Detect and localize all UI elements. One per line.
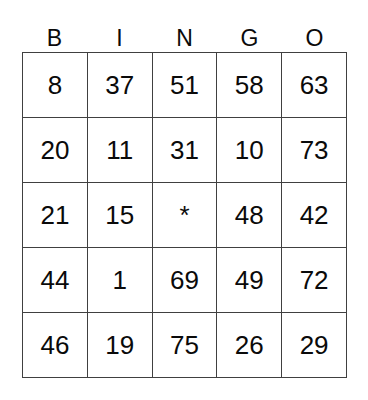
bingo-cell-r5c4[interactable]: 26 xyxy=(217,313,282,378)
bingo-cell-r4c5[interactable]: 72 xyxy=(282,248,347,313)
bingo-cell-r2c1[interactable]: 20 xyxy=(23,118,88,183)
bingo-header-row: B I N G O xyxy=(22,0,347,52)
header-letter-o: O xyxy=(282,0,347,52)
bingo-cell-r3c2[interactable]: 15 xyxy=(88,183,153,248)
bingo-free-space[interactable]: * xyxy=(153,183,218,248)
bingo-cell-r3c5[interactable]: 42 xyxy=(282,183,347,248)
bingo-cell-r3c1[interactable]: 21 xyxy=(23,183,88,248)
bingo-cell-r4c4[interactable]: 49 xyxy=(217,248,282,313)
header-letter-i: I xyxy=(87,0,152,52)
header-letter-g: G xyxy=(217,0,282,52)
bingo-cell-r2c5[interactable]: 73 xyxy=(282,118,347,183)
bingo-card: B I N G O 8 37 51 58 63 20 11 31 10 73 2… xyxy=(0,0,368,400)
bingo-cell-r5c3[interactable]: 75 xyxy=(153,313,218,378)
bingo-cell-r4c2[interactable]: 1 xyxy=(88,248,153,313)
bingo-cell-r4c3[interactable]: 69 xyxy=(153,248,218,313)
header-letter-n: N xyxy=(152,0,217,52)
bingo-cell-r4c1[interactable]: 44 xyxy=(23,248,88,313)
bingo-cell-r2c2[interactable]: 11 xyxy=(88,118,153,183)
bingo-cell-r5c1[interactable]: 46 xyxy=(23,313,88,378)
bingo-cell-r1c3[interactable]: 51 xyxy=(153,53,218,118)
bingo-grid: 8 37 51 58 63 20 11 31 10 73 21 15 * 48 … xyxy=(22,52,347,378)
bingo-cell-r3c4[interactable]: 48 xyxy=(217,183,282,248)
bingo-cell-r2c3[interactable]: 31 xyxy=(153,118,218,183)
bingo-cell-r1c2[interactable]: 37 xyxy=(88,53,153,118)
bingo-cell-r1c1[interactable]: 8 xyxy=(23,53,88,118)
bingo-cell-r2c4[interactable]: 10 xyxy=(217,118,282,183)
bingo-cell-r5c5[interactable]: 29 xyxy=(282,313,347,378)
bingo-cell-r1c4[interactable]: 58 xyxy=(217,53,282,118)
bingo-cell-r1c5[interactable]: 63 xyxy=(282,53,347,118)
bingo-cell-r5c2[interactable]: 19 xyxy=(88,313,153,378)
header-letter-b: B xyxy=(22,0,87,52)
